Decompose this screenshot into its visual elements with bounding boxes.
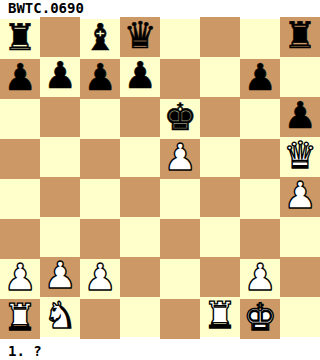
square-h3[interactable] <box>280 217 320 257</box>
square-b6[interactable] <box>40 97 80 137</box>
square-c4[interactable] <box>80 179 120 219</box>
square-d6[interactable] <box>120 97 160 137</box>
square-b1[interactable]: ♞ <box>40 297 80 337</box>
board-column-c: ♝♟♟ <box>80 19 120 341</box>
diagram-title: BWTC.0690 <box>8 0 84 16</box>
piece-black-queen-d8[interactable]: ♛ <box>123 16 156 56</box>
board-column-g: ♟♟♚ <box>240 19 280 341</box>
square-d1[interactable] <box>120 297 160 337</box>
square-e2[interactable] <box>160 259 200 299</box>
square-a6[interactable] <box>0 99 40 139</box>
square-c8[interactable]: ♝ <box>80 19 120 59</box>
board-column-h: ♜♟♛♟ <box>280 17 320 341</box>
piece-black-rook-h8[interactable]: ♜ <box>283 16 316 56</box>
square-e1[interactable] <box>160 299 200 339</box>
square-b5[interactable] <box>40 137 80 177</box>
square-a8[interactable]: ♜ <box>0 19 40 59</box>
square-h7[interactable] <box>280 57 320 97</box>
square-e6[interactable]: ♚ <box>160 99 200 139</box>
square-a1[interactable]: ♜ <box>0 299 40 339</box>
square-f5[interactable] <box>200 137 240 177</box>
square-h1[interactable] <box>280 297 320 337</box>
piece-white-knight-b1[interactable]: ♞ <box>43 296 76 336</box>
square-d5[interactable] <box>120 137 160 177</box>
chess-board: ♜♟♟♜♟♟♞♝♟♟♛♟♚♟♜♟♟♚♜♟♛♟ <box>0 17 320 341</box>
piece-white-queen-h5[interactable]: ♛ <box>283 136 316 176</box>
piece-black-pawn-a7[interactable]: ♟ <box>3 58 36 98</box>
square-f4[interactable] <box>200 177 240 217</box>
square-d7[interactable]: ♟ <box>120 57 160 97</box>
piece-black-king-e6[interactable]: ♚ <box>163 98 196 138</box>
square-b2[interactable]: ♟ <box>40 257 80 297</box>
piece-white-king-g1[interactable]: ♚ <box>243 298 276 338</box>
square-b7[interactable]: ♟ <box>40 57 80 97</box>
piece-black-pawn-g7[interactable]: ♟ <box>243 58 276 98</box>
piece-black-pawn-b7[interactable]: ♟ <box>43 56 76 96</box>
square-g1[interactable]: ♚ <box>240 299 280 339</box>
square-a2[interactable]: ♟ <box>0 259 40 299</box>
square-h2[interactable] <box>280 257 320 297</box>
square-a4[interactable] <box>0 179 40 219</box>
piece-white-rook-a1[interactable]: ♜ <box>3 298 36 338</box>
square-f3[interactable] <box>200 217 240 257</box>
piece-white-pawn-c2[interactable]: ♟ <box>83 258 116 298</box>
square-g5[interactable] <box>240 139 280 179</box>
square-c7[interactable]: ♟ <box>80 59 120 99</box>
board-column-a: ♜♟♟♜ <box>0 19 40 341</box>
board-column-f: ♜ <box>200 17 240 341</box>
square-e5[interactable]: ♟ <box>160 139 200 179</box>
square-g2[interactable]: ♟ <box>240 259 280 299</box>
piece-white-rook-f1[interactable]: ♜ <box>203 296 236 336</box>
square-e3[interactable] <box>160 219 200 259</box>
square-b4[interactable] <box>40 177 80 217</box>
piece-black-pawn-h6[interactable]: ♟ <box>283 96 316 136</box>
square-b3[interactable] <box>40 217 80 257</box>
square-d2[interactable] <box>120 257 160 297</box>
piece-white-pawn-b2[interactable]: ♟ <box>43 256 76 296</box>
board-column-e: ♚♟ <box>160 19 200 341</box>
square-d3[interactable] <box>120 217 160 257</box>
square-h4[interactable]: ♟ <box>280 177 320 217</box>
piece-black-pawn-c7[interactable]: ♟ <box>83 58 116 98</box>
square-g4[interactable] <box>240 179 280 219</box>
square-g3[interactable] <box>240 219 280 259</box>
piece-black-rook-a8[interactable]: ♜ <box>3 18 36 58</box>
square-f2[interactable] <box>200 257 240 297</box>
square-f6[interactable] <box>200 97 240 137</box>
square-h5[interactable]: ♛ <box>280 137 320 177</box>
square-f1[interactable]: ♜ <box>200 297 240 337</box>
square-f7[interactable] <box>200 57 240 97</box>
piece-black-pawn-d7[interactable]: ♟ <box>123 56 156 96</box>
piece-white-pawn-a2[interactable]: ♟ <box>3 258 36 298</box>
square-g7[interactable]: ♟ <box>240 59 280 99</box>
square-c2[interactable]: ♟ <box>80 259 120 299</box>
square-b8[interactable] <box>40 17 80 57</box>
square-f8[interactable] <box>200 17 240 57</box>
square-c6[interactable] <box>80 99 120 139</box>
square-d8[interactable]: ♛ <box>120 17 160 57</box>
square-h6[interactable]: ♟ <box>280 97 320 137</box>
square-e8[interactable] <box>160 19 200 59</box>
square-e4[interactable] <box>160 179 200 219</box>
square-c3[interactable] <box>80 219 120 259</box>
square-c1[interactable] <box>80 299 120 339</box>
square-h8[interactable]: ♜ <box>280 17 320 57</box>
board-column-d: ♛♟ <box>120 17 160 341</box>
piece-white-pawn-e5[interactable]: ♟ <box>163 138 196 178</box>
square-d4[interactable] <box>120 177 160 217</box>
square-g6[interactable] <box>240 99 280 139</box>
square-g8[interactable] <box>240 19 280 59</box>
square-a7[interactable]: ♟ <box>0 59 40 99</box>
piece-black-bishop-c8[interactable]: ♝ <box>83 18 116 58</box>
piece-white-pawn-g2[interactable]: ♟ <box>243 258 276 298</box>
square-e7[interactable] <box>160 59 200 99</box>
move-prompt: 1. ? <box>8 343 42 359</box>
square-a3[interactable] <box>0 219 40 259</box>
board-column-b: ♟♟♞ <box>40 17 80 341</box>
square-c5[interactable] <box>80 139 120 179</box>
square-a5[interactable] <box>0 139 40 179</box>
piece-white-pawn-h4[interactable]: ♟ <box>283 176 316 216</box>
